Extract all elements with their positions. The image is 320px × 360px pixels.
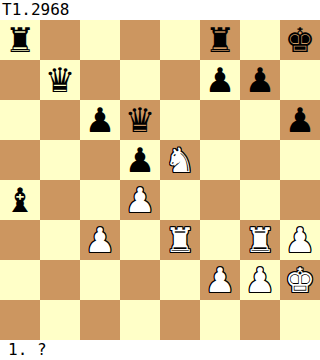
square-h8[interactable]: ♚ (280, 20, 320, 60)
piece-black-queen[interactable]: ♛ (125, 100, 155, 140)
piece-black-pawn[interactable]: ♟ (85, 100, 115, 140)
square-h4[interactable] (280, 180, 320, 220)
piece-white-pawn[interactable]: ♟ (285, 220, 315, 260)
square-c5[interactable] (80, 140, 120, 180)
square-d4[interactable]: ♟ (120, 180, 160, 220)
puzzle-title: T1.2968 (2, 0, 69, 20)
square-a1[interactable] (0, 300, 40, 340)
square-a4[interactable]: ♝ (0, 180, 40, 220)
square-e7[interactable] (160, 60, 200, 100)
piece-black-pawn[interactable]: ♟ (125, 140, 155, 180)
piece-black-pawn[interactable]: ♟ (245, 60, 275, 100)
square-g6[interactable] (240, 100, 280, 140)
square-b5[interactable] (40, 140, 80, 180)
square-h3[interactable]: ♟ (280, 220, 320, 260)
piece-white-pawn[interactable]: ♟ (125, 180, 155, 220)
piece-black-pawn[interactable]: ♟ (205, 60, 235, 100)
square-h6[interactable]: ♟ (280, 100, 320, 140)
square-a7[interactable] (0, 60, 40, 100)
square-d6[interactable]: ♛ (120, 100, 160, 140)
piece-white-pawn[interactable]: ♟ (245, 260, 275, 300)
square-f7[interactable]: ♟ (200, 60, 240, 100)
square-f4[interactable] (200, 180, 240, 220)
move-prompt: 1. ? (8, 340, 47, 360)
square-d1[interactable] (120, 300, 160, 340)
square-h1[interactable] (280, 300, 320, 340)
square-c6[interactable]: ♟ (80, 100, 120, 140)
square-a6[interactable] (0, 100, 40, 140)
square-c3[interactable]: ♟ (80, 220, 120, 260)
square-h7[interactable] (280, 60, 320, 100)
square-f5[interactable] (200, 140, 240, 180)
piece-black-king[interactable]: ♚ (285, 20, 315, 60)
square-e1[interactable] (160, 300, 200, 340)
piece-black-bishop[interactable]: ♝ (5, 180, 35, 220)
square-e3[interactable]: ♜ (160, 220, 200, 260)
square-a8[interactable]: ♜ (0, 20, 40, 60)
square-g5[interactable] (240, 140, 280, 180)
square-b7[interactable]: ♛ (40, 60, 80, 100)
piece-white-knight[interactable]: ♞ (165, 140, 195, 180)
square-b4[interactable] (40, 180, 80, 220)
square-d5[interactable]: ♟ (120, 140, 160, 180)
square-f1[interactable] (200, 300, 240, 340)
piece-white-pawn[interactable]: ♟ (205, 260, 235, 300)
square-f3[interactable] (200, 220, 240, 260)
piece-black-rook[interactable]: ♜ (5, 20, 35, 60)
square-c4[interactable] (80, 180, 120, 220)
square-g7[interactable]: ♟ (240, 60, 280, 100)
square-a5[interactable] (0, 140, 40, 180)
square-b2[interactable] (40, 260, 80, 300)
square-d8[interactable] (120, 20, 160, 60)
square-a2[interactable] (0, 260, 40, 300)
square-c1[interactable] (80, 300, 120, 340)
square-g1[interactable] (240, 300, 280, 340)
piece-black-queen[interactable]: ♛ (45, 60, 75, 100)
piece-white-king[interactable]: ♚ (285, 260, 315, 300)
chess-board: ♜♜♚♛♟♟♟♛♟♟♞♝♟♟♜♜♟♟♟♚ (0, 20, 320, 340)
square-d3[interactable] (120, 220, 160, 260)
square-g3[interactable]: ♜ (240, 220, 280, 260)
square-f2[interactable]: ♟ (200, 260, 240, 300)
square-f6[interactable] (200, 100, 240, 140)
square-f8[interactable]: ♜ (200, 20, 240, 60)
square-h2[interactable]: ♚ (280, 260, 320, 300)
square-c2[interactable] (80, 260, 120, 300)
piece-black-pawn[interactable]: ♟ (285, 100, 315, 140)
piece-black-rook[interactable]: ♜ (205, 20, 235, 60)
square-b1[interactable] (40, 300, 80, 340)
square-e6[interactable] (160, 100, 200, 140)
square-b3[interactable] (40, 220, 80, 260)
square-b6[interactable] (40, 100, 80, 140)
square-e8[interactable] (160, 20, 200, 60)
square-e2[interactable] (160, 260, 200, 300)
square-e4[interactable] (160, 180, 200, 220)
move-prompt-bar: 1. ? (0, 340, 320, 360)
square-c7[interactable] (80, 60, 120, 100)
square-b8[interactable] (40, 20, 80, 60)
square-g8[interactable] (240, 20, 280, 60)
piece-white-pawn[interactable]: ♟ (85, 220, 115, 260)
square-h5[interactable] (280, 140, 320, 180)
square-e5[interactable]: ♞ (160, 140, 200, 180)
piece-white-rook[interactable]: ♜ (245, 220, 275, 260)
square-a3[interactable] (0, 220, 40, 260)
square-d7[interactable] (120, 60, 160, 100)
piece-white-rook[interactable]: ♜ (165, 220, 195, 260)
square-d2[interactable] (120, 260, 160, 300)
square-c8[interactable] (80, 20, 120, 60)
square-g2[interactable]: ♟ (240, 260, 280, 300)
title-bar: T1.2968 (0, 0, 320, 20)
square-g4[interactable] (240, 180, 280, 220)
